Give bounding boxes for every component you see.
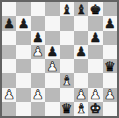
square-h4[interactable]: ♛ <box>103 59 117 73</box>
black-queen-piece: ♛ <box>104 59 116 72</box>
square-g3[interactable] <box>88 73 102 87</box>
square-b2[interactable] <box>16 88 30 102</box>
square-e7[interactable] <box>60 16 74 30</box>
square-e8[interactable]: ♝ <box>60 2 74 16</box>
square-h3[interactable] <box>103 73 117 87</box>
square-g1[interactable]: ♚ <box>88 102 102 116</box>
square-f5[interactable]: ♟ <box>74 45 88 59</box>
white-pawn-piece: ♟ <box>46 59 58 72</box>
square-e3[interactable]: ♝ <box>60 73 74 87</box>
black-pawn-piece: ♟ <box>3 16 15 29</box>
square-d5[interactable]: ♟ <box>45 45 59 59</box>
square-a2[interactable]: ♟ <box>2 88 16 102</box>
black-pawn-piece: ♟ <box>32 31 44 44</box>
square-b3[interactable] <box>16 73 30 87</box>
square-c8[interactable] <box>31 2 45 16</box>
square-g5[interactable] <box>88 45 102 59</box>
square-c5[interactable]: ♟ <box>31 45 45 59</box>
square-a8[interactable] <box>2 2 16 16</box>
square-e6[interactable] <box>60 31 74 45</box>
white-king-piece: ♚ <box>90 102 102 115</box>
black-king-piece: ♚ <box>90 2 102 15</box>
white-bishop-piece: ♝ <box>75 102 87 115</box>
square-b5[interactable] <box>16 45 30 59</box>
square-g6[interactable]: ♟ <box>88 31 102 45</box>
square-f1[interactable]: ♝ <box>74 102 88 116</box>
square-e5[interactable] <box>60 45 74 59</box>
white-bishop-piece: ♝ <box>61 73 73 86</box>
white-pawn-piece: ♟ <box>3 88 15 101</box>
square-c7[interactable] <box>31 16 45 30</box>
square-h7[interactable]: ♟ <box>103 16 117 30</box>
square-h6[interactable] <box>103 31 117 45</box>
square-f6[interactable] <box>74 31 88 45</box>
square-c2[interactable]: ♟ <box>31 88 45 102</box>
square-c6[interactable]: ♟ <box>31 31 45 45</box>
square-d8[interactable] <box>45 2 59 16</box>
square-a4[interactable] <box>2 59 16 73</box>
screenshot-stage: ♝♝♚♟♟♟♟♟♟♟♟♟♛♝♟♟♟♟♟♛♝♚ <box>0 0 119 118</box>
square-g4[interactable] <box>88 59 102 73</box>
square-h5[interactable] <box>103 45 117 59</box>
square-h1[interactable] <box>103 102 117 116</box>
square-b7[interactable]: ♟ <box>16 16 30 30</box>
white-pawn-piece: ♟ <box>32 45 44 58</box>
black-queen-piece: ♛ <box>61 102 73 115</box>
square-f7[interactable] <box>74 16 88 30</box>
square-d7[interactable] <box>45 16 59 30</box>
black-bishop-piece: ♝ <box>75 2 87 15</box>
square-d2[interactable] <box>45 88 59 102</box>
square-e1[interactable]: ♛ <box>60 102 74 116</box>
square-f2[interactable]: ♟ <box>74 88 88 102</box>
square-c1[interactable] <box>31 102 45 116</box>
square-a5[interactable] <box>2 45 16 59</box>
square-d1[interactable] <box>45 102 59 116</box>
black-pawn-piece: ♟ <box>18 16 30 29</box>
square-c3[interactable] <box>31 73 45 87</box>
square-b8[interactable] <box>16 2 30 16</box>
white-pawn-piece: ♟ <box>90 88 102 101</box>
square-b1[interactable] <box>16 102 30 116</box>
chess-board: ♝♝♚♟♟♟♟♟♟♟♟♟♛♝♟♟♟♟♟♛♝♚ <box>0 0 119 118</box>
black-pawn-piece: ♟ <box>104 16 116 29</box>
square-f4[interactable] <box>74 59 88 73</box>
square-a7[interactable]: ♟ <box>2 16 16 30</box>
white-pawn-piece: ♟ <box>75 88 87 101</box>
white-pawn-piece: ♟ <box>104 88 116 101</box>
square-a1[interactable] <box>2 102 16 116</box>
square-g2[interactable]: ♟ <box>88 88 102 102</box>
square-d6[interactable] <box>45 31 59 45</box>
black-bishop-piece: ♝ <box>61 2 73 15</box>
black-pawn-piece: ♟ <box>46 45 58 58</box>
square-b4[interactable] <box>16 59 30 73</box>
white-pawn-piece: ♟ <box>32 88 44 101</box>
square-f8[interactable]: ♝ <box>74 2 88 16</box>
black-pawn-piece: ♟ <box>90 31 102 44</box>
square-e2[interactable] <box>60 88 74 102</box>
square-b6[interactable] <box>16 31 30 45</box>
square-c4[interactable] <box>31 59 45 73</box>
square-a3[interactable] <box>2 73 16 87</box>
square-e4[interactable] <box>60 59 74 73</box>
square-d4[interactable]: ♟ <box>45 59 59 73</box>
square-h8[interactable] <box>103 2 117 16</box>
square-f3[interactable] <box>74 73 88 87</box>
square-d3[interactable] <box>45 73 59 87</box>
square-g7[interactable] <box>88 16 102 30</box>
square-a6[interactable] <box>2 31 16 45</box>
square-g8[interactable]: ♚ <box>88 2 102 16</box>
black-pawn-piece: ♟ <box>75 45 87 58</box>
square-h2[interactable]: ♟ <box>103 88 117 102</box>
